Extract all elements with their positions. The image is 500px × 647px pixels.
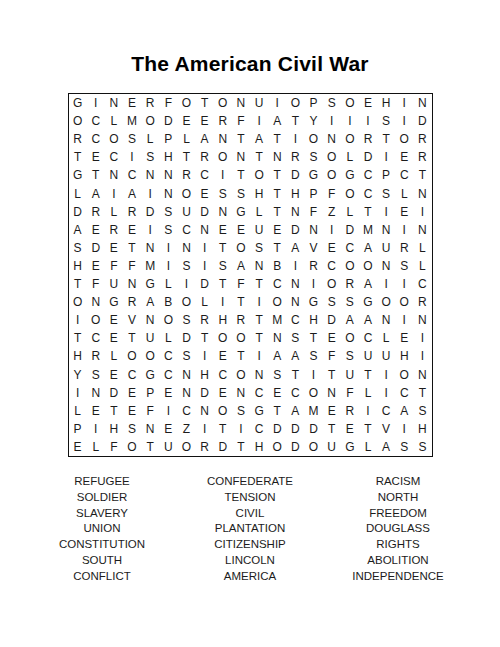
grid-cell-r6c2[interactable]: A [87, 185, 105, 203]
grid-cell-r7c12[interactable]: T [268, 203, 286, 221]
grid-cell-r6c1[interactable]: L [69, 185, 87, 203]
grid-cell-r4c13[interactable]: R [286, 148, 304, 166]
grid-cell-r12c8[interactable]: L [196, 293, 214, 311]
grid-cell-r16c2[interactable]: S [87, 366, 105, 384]
grid-cell-r18c11[interactable]: G [250, 402, 268, 420]
grid-cell-r19c6[interactable]: E [159, 420, 177, 438]
grid-cell-r20c14[interactable]: O [304, 438, 322, 456]
grid-cell-r1c12[interactable]: I [268, 94, 286, 112]
grid-cell-r9c16[interactable]: C [341, 239, 359, 257]
grid-cell-r2c19[interactable]: I [395, 112, 413, 130]
grid-cell-r13c14[interactable]: H [304, 311, 322, 329]
grid-cell-r16c20[interactable]: N [413, 366, 431, 384]
grid-cell-r11c16[interactable]: R [341, 275, 359, 293]
grid-cell-r8c1[interactable]: A [69, 221, 87, 239]
grid-cell-r5c6[interactable]: N [159, 166, 177, 184]
grid-cell-r9c18[interactable]: U [377, 239, 395, 257]
grid-cell-r17c8[interactable]: D [196, 384, 214, 402]
grid-cell-r12c5[interactable]: A [141, 293, 159, 311]
grid-cell-r17c18[interactable]: I [377, 384, 395, 402]
grid-cell-r3c5[interactable]: L [141, 130, 159, 148]
grid-cell-r4c3[interactable]: C [105, 148, 123, 166]
grid-cell-r6c14[interactable]: P [304, 185, 322, 203]
grid-cell-r17c4[interactable]: E [123, 384, 141, 402]
grid-cell-r1c17[interactable]: E [359, 94, 377, 112]
grid-cell-r4c6[interactable]: H [159, 148, 177, 166]
grid-cell-r3c16[interactable]: O [341, 130, 359, 148]
grid-cell-r13c16[interactable]: A [341, 311, 359, 329]
grid-cell-r11c15[interactable]: O [323, 275, 341, 293]
grid-cell-r2c16[interactable]: I [341, 112, 359, 130]
grid-cell-r2c7[interactable]: E [177, 112, 195, 130]
grid-cell-r18c12[interactable]: T [268, 402, 286, 420]
grid-cell-r7c13[interactable]: N [286, 203, 304, 221]
grid-cell-r20c7[interactable]: O [177, 438, 195, 456]
grid-cell-r6c10[interactable]: S [232, 185, 250, 203]
grid-cell-r15c3[interactable]: L [105, 347, 123, 365]
grid-cell-r19c14[interactable]: D [304, 420, 322, 438]
grid-cell-r17c2[interactable]: N [87, 384, 105, 402]
grid-cell-r10c6[interactable]: I [159, 257, 177, 275]
grid-cell-r8c15[interactable]: I [323, 221, 341, 239]
grid-cell-r20c17[interactable]: L [359, 438, 377, 456]
grid-cell-r14c20[interactable]: I [413, 329, 431, 347]
grid-cell-r20c13[interactable]: D [286, 438, 304, 456]
grid-cell-r7c1[interactable]: D [69, 203, 87, 221]
grid-cell-r9c20[interactable]: L [413, 239, 431, 257]
grid-cell-r4c2[interactable]: E [87, 148, 105, 166]
grid-cell-r1c13[interactable]: O [286, 94, 304, 112]
grid-cell-r15c7[interactable]: S [177, 347, 195, 365]
grid-cell-r7c3[interactable]: L [105, 203, 123, 221]
grid-cell-r2c14[interactable]: Y [304, 112, 322, 130]
grid-cell-r9c11[interactable]: S [250, 239, 268, 257]
grid-cell-r1c19[interactable]: I [395, 94, 413, 112]
grid-cell-r20c5[interactable]: T [141, 438, 159, 456]
grid-cell-r4c12[interactable]: N [268, 148, 286, 166]
grid-cell-r17c17[interactable]: L [359, 384, 377, 402]
grid-cell-r14c8[interactable]: T [196, 329, 214, 347]
grid-cell-r17c1[interactable]: I [69, 384, 87, 402]
grid-cell-r9c6[interactable]: I [159, 239, 177, 257]
grid-cell-r12c11[interactable]: I [250, 293, 268, 311]
grid-cell-r5c7[interactable]: R [177, 166, 195, 184]
grid-cell-r1c7[interactable]: O [177, 94, 195, 112]
grid-cell-r17c15[interactable]: N [323, 384, 341, 402]
grid-cell-r13c17[interactable]: A [359, 311, 377, 329]
grid-cell-r7c10[interactable]: G [232, 203, 250, 221]
grid-cell-r16c15[interactable]: T [323, 366, 341, 384]
grid-cell-r20c2[interactable]: L [87, 438, 105, 456]
grid-cell-r16c13[interactable]: T [286, 366, 304, 384]
grid-cell-r4c5[interactable]: S [141, 148, 159, 166]
grid-cell-r19c20[interactable]: H [413, 420, 431, 438]
grid-cell-r14c18[interactable]: L [377, 329, 395, 347]
grid-cell-r2c15[interactable]: I [323, 112, 341, 130]
grid-cell-r11c2[interactable]: F [87, 275, 105, 293]
grid-cell-r3c19[interactable]: O [395, 130, 413, 148]
grid-cell-r18c14[interactable]: M [304, 402, 322, 420]
grid-cell-r5c16[interactable]: G [341, 166, 359, 184]
grid-cell-r3c17[interactable]: R [359, 130, 377, 148]
grid-cell-r8c12[interactable]: E [268, 221, 286, 239]
grid-cell-r8c5[interactable]: I [141, 221, 159, 239]
grid-cell-r8c9[interactable]: E [214, 221, 232, 239]
grid-cell-r9c10[interactable]: O [232, 239, 250, 257]
grid-cell-r20c1[interactable]: E [69, 438, 87, 456]
grid-cell-r19c7[interactable]: Z [177, 420, 195, 438]
grid-cell-r9c17[interactable]: A [359, 239, 377, 257]
grid-cell-r16c11[interactable]: N [250, 366, 268, 384]
grid-cell-r13c13[interactable]: C [286, 311, 304, 329]
grid-cell-r11c17[interactable]: A [359, 275, 377, 293]
grid-cell-r6c7[interactable]: O [177, 185, 195, 203]
grid-cell-r3c4[interactable]: S [123, 130, 141, 148]
grid-cell-r6c9[interactable]: S [214, 185, 232, 203]
grid-cell-r6c11[interactable]: H [250, 185, 268, 203]
grid-cell-r12c14[interactable]: G [304, 293, 322, 311]
grid-cell-r3c2[interactable]: C [87, 130, 105, 148]
grid-cell-r4c18[interactable]: I [377, 148, 395, 166]
grid-cell-r2c4[interactable]: M [123, 112, 141, 130]
grid-cell-r15c1[interactable]: H [69, 347, 87, 365]
grid-cell-r2c8[interactable]: E [196, 112, 214, 130]
grid-cell-r5c11[interactable]: O [250, 166, 268, 184]
grid-cell-r10c8[interactable]: I [196, 257, 214, 275]
grid-cell-r6c13[interactable]: H [286, 185, 304, 203]
grid-cell-r2c1[interactable]: O [69, 112, 87, 130]
grid-cell-r16c8[interactable]: H [196, 366, 214, 384]
grid-cell-r15c6[interactable]: C [159, 347, 177, 365]
grid-cell-r18c4[interactable]: E [123, 402, 141, 420]
grid-cell-r14c7[interactable]: D [177, 329, 195, 347]
grid-cell-r12c18[interactable]: O [377, 293, 395, 311]
grid-cell-r13c11[interactable]: T [250, 311, 268, 329]
grid-cell-r4c17[interactable]: D [359, 148, 377, 166]
grid-cell-r1c9[interactable]: O [214, 94, 232, 112]
grid-cell-r16c4[interactable]: C [123, 366, 141, 384]
grid-cell-r17c13[interactable]: C [286, 384, 304, 402]
grid-cell-r15c17[interactable]: U [359, 347, 377, 365]
grid-cell-r9c9[interactable]: T [214, 239, 232, 257]
grid-cell-r9c14[interactable]: V [304, 239, 322, 257]
grid-cell-r2c10[interactable]: F [232, 112, 250, 130]
grid-cell-r15c4[interactable]: O [123, 347, 141, 365]
grid-cell-r17c10[interactable]: N [232, 384, 250, 402]
grid-cell-r12c3[interactable]: G [105, 293, 123, 311]
grid-cell-r16c17[interactable]: T [359, 366, 377, 384]
grid-cell-r3c7[interactable]: L [177, 130, 195, 148]
grid-cell-r9c3[interactable]: E [105, 239, 123, 257]
grid-cell-r8c18[interactable]: N [377, 221, 395, 239]
grid-cell-r7c5[interactable]: D [141, 203, 159, 221]
grid-cell-r20c20[interactable]: S [413, 438, 431, 456]
grid-cell-r4c19[interactable]: E [395, 148, 413, 166]
grid-cell-r14c9[interactable]: O [214, 329, 232, 347]
grid-cell-r5c8[interactable]: C [196, 166, 214, 184]
grid-cell-r2c9[interactable]: R [214, 112, 232, 130]
grid-cell-r9c1[interactable]: S [69, 239, 87, 257]
grid-cell-r15c2[interactable]: R [87, 347, 105, 365]
grid-cell-r11c7[interactable]: I [177, 275, 195, 293]
grid-cell-r18c3[interactable]: T [105, 402, 123, 420]
grid-cell-r2c12[interactable]: A [268, 112, 286, 130]
grid-cell-r10c17[interactable]: O [359, 257, 377, 275]
grid-cell-r7c18[interactable]: I [377, 203, 395, 221]
grid-cell-r5c18[interactable]: P [377, 166, 395, 184]
grid-cell-r8c14[interactable]: N [304, 221, 322, 239]
grid-cell-r3c15[interactable]: N [323, 130, 341, 148]
grid-cell-r2c3[interactable]: L [105, 112, 123, 130]
grid-cell-r1c20[interactable]: N [413, 94, 431, 112]
grid-cell-r6c6[interactable]: N [159, 185, 177, 203]
grid-cell-r12c9[interactable]: I [214, 293, 232, 311]
grid-cell-r16c3[interactable]: E [105, 366, 123, 384]
grid-cell-r4c10[interactable]: N [232, 148, 250, 166]
grid-cell-r20c12[interactable]: O [268, 438, 286, 456]
grid-cell-r18c15[interactable]: E [323, 402, 341, 420]
grid-cell-r1c15[interactable]: S [323, 94, 341, 112]
grid-cell-r8c11[interactable]: U [250, 221, 268, 239]
grid-cell-r16c9[interactable]: C [214, 366, 232, 384]
grid-cell-r15c8[interactable]: I [196, 347, 214, 365]
grid-cell-r14c2[interactable]: C [87, 329, 105, 347]
grid-cell-r8c6[interactable]: S [159, 221, 177, 239]
grid-cell-r7c2[interactable]: R [87, 203, 105, 221]
grid-cell-r20c19[interactable]: S [395, 438, 413, 456]
grid-cell-r18c16[interactable]: R [341, 402, 359, 420]
grid-cell-r5c14[interactable]: G [304, 166, 322, 184]
grid-cell-r3c14[interactable]: O [304, 130, 322, 148]
grid-cell-r16c7[interactable]: N [177, 366, 195, 384]
grid-cell-r12c16[interactable]: S [341, 293, 359, 311]
grid-cell-r11c12[interactable]: C [268, 275, 286, 293]
grid-cell-r8c2[interactable]: E [87, 221, 105, 239]
grid-cell-r11c20[interactable]: C [413, 275, 431, 293]
grid-cell-r11c18[interactable]: I [377, 275, 395, 293]
grid-cell-r4c4[interactable]: I [123, 148, 141, 166]
grid-cell-r9c4[interactable]: T [123, 239, 141, 257]
grid-cell-r19c9[interactable]: T [214, 420, 232, 438]
grid-cell-r6c16[interactable]: O [341, 185, 359, 203]
grid-cell-r5c2[interactable]: T [87, 166, 105, 184]
grid-cell-r13c9[interactable]: H [214, 311, 232, 329]
grid-cell-r3c18[interactable]: T [377, 130, 395, 148]
grid-cell-r13c6[interactable]: O [159, 311, 177, 329]
grid-cell-r2c13[interactable]: T [286, 112, 304, 130]
grid-cell-r16c12[interactable]: S [268, 366, 286, 384]
grid-cell-r1c8[interactable]: T [196, 94, 214, 112]
grid-cell-r15c11[interactable]: I [250, 347, 268, 365]
grid-cell-r12c19[interactable]: O [395, 293, 413, 311]
grid-cell-r10c11[interactable]: N [250, 257, 268, 275]
grid-cell-r17c6[interactable]: E [159, 384, 177, 402]
grid-cell-r14c17[interactable]: C [359, 329, 377, 347]
grid-cell-r6c12[interactable]: T [268, 185, 286, 203]
grid-cell-r16c19[interactable]: O [395, 366, 413, 384]
grid-cell-r10c18[interactable]: N [377, 257, 395, 275]
grid-cell-r8c17[interactable]: M [359, 221, 377, 239]
grid-cell-r12c7[interactable]: O [177, 293, 195, 311]
grid-cell-r3c3[interactable]: O [105, 130, 123, 148]
grid-cell-r4c7[interactable]: T [177, 148, 195, 166]
grid-cell-r2c17[interactable]: I [359, 112, 377, 130]
grid-cell-r6c18[interactable]: S [377, 185, 395, 203]
grid-cell-r13c19[interactable]: I [395, 311, 413, 329]
grid-cell-r6c19[interactable]: L [395, 185, 413, 203]
grid-cell-r10c14[interactable]: R [304, 257, 322, 275]
grid-cell-r7c20[interactable]: I [413, 203, 431, 221]
grid-cell-r5c5[interactable]: N [141, 166, 159, 184]
grid-cell-r1c14[interactable]: P [304, 94, 322, 112]
grid-cell-r14c15[interactable]: E [323, 329, 341, 347]
grid-cell-r6c15[interactable]: F [323, 185, 341, 203]
grid-cell-r10c12[interactable]: B [268, 257, 286, 275]
grid-cell-r5c13[interactable]: D [286, 166, 304, 184]
grid-cell-r6c5[interactable]: I [141, 185, 159, 203]
grid-cell-r16c10[interactable]: O [232, 366, 250, 384]
grid-cell-r4c9[interactable]: O [214, 148, 232, 166]
grid-cell-r9c13[interactable]: A [286, 239, 304, 257]
grid-cell-r7c9[interactable]: N [214, 203, 232, 221]
grid-cell-r5c1[interactable]: G [69, 166, 87, 184]
grid-cell-r1c1[interactable]: G [69, 94, 87, 112]
grid-cell-r12c6[interactable]: B [159, 293, 177, 311]
grid-cell-r13c7[interactable]: S [177, 311, 195, 329]
grid-cell-r17c11[interactable]: C [250, 384, 268, 402]
grid-cell-r13c18[interactable]: N [377, 311, 395, 329]
grid-cell-r6c17[interactable]: C [359, 185, 377, 203]
grid-cell-r16c18[interactable]: I [377, 366, 395, 384]
grid-cell-r10c2[interactable]: E [87, 257, 105, 275]
grid-cell-r12c15[interactable]: S [323, 293, 341, 311]
grid-cell-r15c16[interactable]: S [341, 347, 359, 365]
grid-cell-r16c5[interactable]: G [141, 366, 159, 384]
grid-cell-r19c18[interactable]: V [377, 420, 395, 438]
grid-cell-r2c2[interactable]: C [87, 112, 105, 130]
grid-cell-r5c9[interactable]: I [214, 166, 232, 184]
grid-cell-r8c20[interactable]: N [413, 221, 431, 239]
grid-cell-r9c2[interactable]: D [87, 239, 105, 257]
grid-cell-r18c9[interactable]: O [214, 402, 232, 420]
grid-cell-r20c15[interactable]: U [323, 438, 341, 456]
grid-cell-r9c15[interactable]: E [323, 239, 341, 257]
grid-cell-r7c6[interactable]: S [159, 203, 177, 221]
grid-cell-r16c6[interactable]: C [159, 366, 177, 384]
grid-cell-r9c5[interactable]: N [141, 239, 159, 257]
grid-cell-r7c8[interactable]: D [196, 203, 214, 221]
grid-cell-r1c2[interactable]: I [87, 94, 105, 112]
grid-cell-r11c8[interactable]: D [196, 275, 214, 293]
grid-cell-r19c4[interactable]: S [123, 420, 141, 438]
grid-cell-r19c13[interactable]: D [286, 420, 304, 438]
grid-cell-r5c3[interactable]: N [105, 166, 123, 184]
grid-cell-r19c17[interactable]: T [359, 420, 377, 438]
grid-cell-r3c20[interactable]: R [413, 130, 431, 148]
grid-cell-r18c6[interactable]: I [159, 402, 177, 420]
grid-cell-r2c20[interactable]: D [413, 112, 431, 130]
grid-cell-r19c5[interactable]: N [141, 420, 159, 438]
grid-cell-r3c11[interactable]: A [250, 130, 268, 148]
grid-cell-r7c4[interactable]: R [123, 203, 141, 221]
grid-cell-r11c14[interactable]: I [304, 275, 322, 293]
grid-cell-r13c12[interactable]: M [268, 311, 286, 329]
grid-cell-r10c16[interactable]: O [341, 257, 359, 275]
grid-cell-r8c4[interactable]: E [123, 221, 141, 239]
grid-cell-r14c1[interactable]: T [69, 329, 87, 347]
grid-cell-r19c8[interactable]: I [196, 420, 214, 438]
grid-cell-r8c16[interactable]: D [341, 221, 359, 239]
grid-cell-r3c9[interactable]: N [214, 130, 232, 148]
grid-cell-r15c5[interactable]: O [141, 347, 159, 365]
grid-cell-r10c4[interactable]: F [123, 257, 141, 275]
grid-cell-r18c10[interactable]: S [232, 402, 250, 420]
grid-cell-r18c17[interactable]: I [359, 402, 377, 420]
grid-cell-r1c10[interactable]: N [232, 94, 250, 112]
grid-cell-r3c8[interactable]: A [196, 130, 214, 148]
grid-cell-r6c4[interactable]: A [123, 185, 141, 203]
grid-cell-r12c17[interactable]: G [359, 293, 377, 311]
grid-cell-r8c7[interactable]: C [177, 221, 195, 239]
grid-cell-r15c19[interactable]: H [395, 347, 413, 365]
grid-cell-r7c7[interactable]: U [177, 203, 195, 221]
grid-cell-r3c13[interactable]: I [286, 130, 304, 148]
grid-cell-r18c5[interactable]: F [141, 402, 159, 420]
grid-cell-r19c2[interactable]: I [87, 420, 105, 438]
grid-cell-r12c12[interactable]: O [268, 293, 286, 311]
grid-cell-r14c10[interactable]: O [232, 329, 250, 347]
grid-cell-r1c5[interactable]: R [141, 94, 159, 112]
grid-cell-r17c14[interactable]: O [304, 384, 322, 402]
grid-cell-r5c4[interactable]: C [123, 166, 141, 184]
grid-cell-r20c3[interactable]: F [105, 438, 123, 456]
grid-cell-r12c20[interactable]: R [413, 293, 431, 311]
grid-cell-r4c20[interactable]: R [413, 148, 431, 166]
grid-cell-r8c8[interactable]: N [196, 221, 214, 239]
grid-cell-r19c19[interactable]: I [395, 420, 413, 438]
grid-cell-r4c1[interactable]: T [69, 148, 87, 166]
grid-cell-r15c14[interactable]: S [304, 347, 322, 365]
grid-cell-r19c10[interactable]: I [232, 420, 250, 438]
grid-cell-r9c19[interactable]: R [395, 239, 413, 257]
grid-cell-r16c1[interactable]: Y [69, 366, 87, 384]
grid-cell-r13c2[interactable]: O [87, 311, 105, 329]
grid-cell-r11c1[interactable]: T [69, 275, 87, 293]
grid-cell-r18c2[interactable]: E [87, 402, 105, 420]
grid-cell-r17c9[interactable]: E [214, 384, 232, 402]
grid-cell-r14c14[interactable]: T [304, 329, 322, 347]
grid-cell-r7c17[interactable]: T [359, 203, 377, 221]
grid-cell-r15c15[interactable]: F [323, 347, 341, 365]
grid-cell-r1c3[interactable]: N [105, 94, 123, 112]
grid-cell-r12c2[interactable]: N [87, 293, 105, 311]
grid-cell-r2c5[interactable]: O [141, 112, 159, 130]
grid-cell-r12c4[interactable]: R [123, 293, 141, 311]
grid-cell-r17c16[interactable]: F [341, 384, 359, 402]
grid-cell-r19c16[interactable]: E [341, 420, 359, 438]
grid-cell-r11c19[interactable]: I [395, 275, 413, 293]
grid-cell-r8c10[interactable]: E [232, 221, 250, 239]
grid-cell-r15c12[interactable]: A [268, 347, 286, 365]
grid-cell-r10c9[interactable]: S [214, 257, 232, 275]
grid-cell-r3c10[interactable]: T [232, 130, 250, 148]
grid-cell-r11c10[interactable]: F [232, 275, 250, 293]
grid-cell-r5c20[interactable]: T [413, 166, 431, 184]
grid-cell-r18c13[interactable]: A [286, 402, 304, 420]
grid-cell-r5c19[interactable]: C [395, 166, 413, 184]
grid-cell-r14c4[interactable]: T [123, 329, 141, 347]
grid-cell-r19c15[interactable]: T [323, 420, 341, 438]
